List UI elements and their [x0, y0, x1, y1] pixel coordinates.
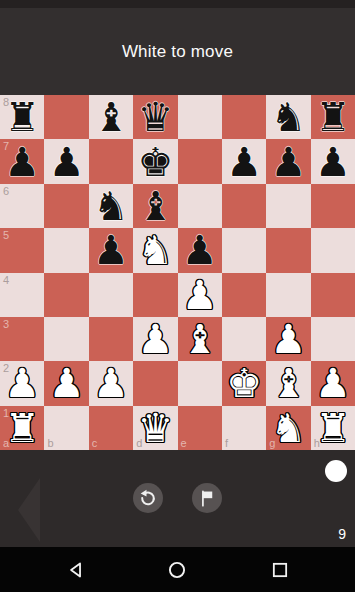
square-c8[interactable]: ♝	[89, 95, 133, 139]
piece-black-bishop[interactable]: ♝	[137, 184, 173, 228]
piece-black-pawn[interactable]: ♟	[271, 140, 307, 184]
android-nav-bar	[0, 547, 355, 592]
status-bar	[0, 0, 355, 8]
piece-black-pawn[interactable]: ♟	[182, 228, 218, 272]
piece-white-pawn[interactable]: ♟	[271, 317, 307, 361]
square-c5[interactable]: ♟	[89, 228, 133, 272]
square-g1[interactable]: g♞	[266, 406, 310, 450]
square-d6[interactable]: ♝	[133, 184, 177, 228]
turn-status-text: White to move	[122, 42, 233, 62]
nav-home-button[interactable]	[168, 561, 186, 579]
square-b7[interactable]: ♟	[44, 139, 88, 183]
piece-black-pawn[interactable]: ♟	[93, 228, 129, 272]
file-label-c: c	[92, 438, 98, 449]
square-b8[interactable]	[44, 95, 88, 139]
piece-white-rook[interactable]: ♜	[315, 406, 351, 450]
square-b2[interactable]: ♟	[44, 361, 88, 405]
square-e2[interactable]	[178, 361, 222, 405]
square-e3[interactable]: ♝	[178, 317, 222, 361]
square-g8[interactable]: ♞	[266, 95, 310, 139]
chess-board[interactable]: 8♜♝♛♞♜7♟♟♚♟♟♟6♞♝5♟♞♟4♟3♟♝♟2♟♟♟♚♝♟1a♜bcd♛…	[0, 95, 355, 450]
square-e7[interactable]	[178, 139, 222, 183]
nav-recents-button[interactable]	[272, 561, 289, 578]
square-h7[interactable]: ♟	[311, 139, 355, 183]
piece-white-bishop[interactable]: ♝	[271, 361, 307, 405]
square-g7[interactable]: ♟	[266, 139, 310, 183]
piece-black-knight[interactable]: ♞	[93, 184, 129, 228]
piece-black-pawn[interactable]: ♟	[226, 140, 262, 184]
piece-white-pawn[interactable]: ♟	[182, 273, 218, 317]
piece-white-pawn[interactable]: ♟	[49, 361, 85, 405]
square-b4[interactable]	[44, 273, 88, 317]
square-c7[interactable]	[89, 139, 133, 183]
turn-indicator-dot	[325, 460, 347, 482]
square-h4[interactable]	[311, 273, 355, 317]
piece-black-pawn[interactable]: ♟	[4, 140, 40, 184]
square-g6[interactable]	[266, 184, 310, 228]
file-label-f: f	[225, 438, 228, 449]
square-h6[interactable]	[311, 184, 355, 228]
file-label-b: b	[47, 438, 53, 449]
square-e1[interactable]: e	[178, 406, 222, 450]
square-g5[interactable]	[266, 228, 310, 272]
piece-black-king[interactable]: ♚	[137, 140, 173, 184]
square-f5[interactable]	[222, 228, 266, 272]
square-a2[interactable]: 2♟	[0, 361, 44, 405]
square-d2[interactable]	[133, 361, 177, 405]
square-e4[interactable]: ♟	[178, 273, 222, 317]
header: White to move	[0, 8, 355, 95]
square-a3[interactable]: 3	[0, 317, 44, 361]
square-f2[interactable]: ♚	[222, 361, 266, 405]
piece-white-queen[interactable]: ♛	[137, 406, 173, 450]
piece-black-knight[interactable]: ♞	[271, 95, 307, 139]
square-c6[interactable]: ♞	[89, 184, 133, 228]
square-h1[interactable]: h♜	[311, 406, 355, 450]
rank-label-3: 3	[3, 319, 9, 330]
square-b3[interactable]	[44, 317, 88, 361]
square-b5[interactable]	[44, 228, 88, 272]
rank-label-4: 4	[3, 275, 9, 286]
square-h8[interactable]: ♜	[311, 95, 355, 139]
square-g4[interactable]	[266, 273, 310, 317]
square-h3[interactable]	[311, 317, 355, 361]
square-d1[interactable]: d♛	[133, 406, 177, 450]
square-c4[interactable]	[89, 273, 133, 317]
control-panel: 9	[0, 450, 355, 547]
piece-black-rook[interactable]: ♜	[315, 95, 351, 139]
piece-white-knight[interactable]: ♞	[137, 228, 173, 272]
square-f4[interactable]	[222, 273, 266, 317]
piece-white-knight[interactable]: ♞	[271, 406, 307, 450]
square-f6[interactable]	[222, 184, 266, 228]
square-f3[interactable]	[222, 317, 266, 361]
square-a6[interactable]: 6	[0, 184, 44, 228]
square-c3[interactable]	[89, 317, 133, 361]
piece-white-pawn[interactable]: ♟	[315, 361, 351, 405]
square-e8[interactable]	[178, 95, 222, 139]
piece-black-rook[interactable]: ♜	[4, 95, 40, 139]
piece-black-queen[interactable]: ♛	[137, 95, 173, 139]
piece-white-king[interactable]: ♚	[226, 361, 262, 405]
square-d7[interactable]: ♚	[133, 139, 177, 183]
square-a5[interactable]: 5	[0, 228, 44, 272]
piece-white-rook[interactable]: ♜	[4, 406, 40, 450]
piece-white-pawn[interactable]: ♟	[4, 361, 40, 405]
file-label-e: e	[181, 438, 187, 449]
piece-white-pawn[interactable]: ♟	[93, 361, 129, 405]
square-f7[interactable]: ♟	[222, 139, 266, 183]
recents-square-icon	[272, 561, 289, 578]
home-circle-icon	[168, 561, 186, 579]
square-a8[interactable]: 8♜	[0, 95, 44, 139]
piece-black-pawn[interactable]: ♟	[315, 140, 351, 184]
square-d5[interactable]: ♞	[133, 228, 177, 272]
square-d3[interactable]: ♟	[133, 317, 177, 361]
square-b1[interactable]: b	[44, 406, 88, 450]
piece-black-bishop[interactable]: ♝	[93, 95, 129, 139]
square-e5[interactable]: ♟	[178, 228, 222, 272]
app-screen: White to move 8♜♝♛♞♜7♟♟♚♟♟♟6♞♝5♟♞♟4♟3♟♝♟…	[0, 0, 355, 592]
square-d8[interactable]: ♛	[133, 95, 177, 139]
flag-icon	[198, 489, 217, 508]
square-h5[interactable]	[311, 228, 355, 272]
square-b6[interactable]	[44, 184, 88, 228]
rank-label-6: 6	[3, 186, 9, 197]
square-e6[interactable]	[178, 184, 222, 228]
square-g3[interactable]: ♟	[266, 317, 310, 361]
undo-button[interactable]	[133, 483, 163, 513]
square-f1[interactable]: f	[222, 406, 266, 450]
rank-label-5: 5	[3, 230, 9, 241]
piece-white-bishop[interactable]: ♝	[182, 317, 218, 361]
square-c1[interactable]: c	[89, 406, 133, 450]
square-c2[interactable]: ♟	[89, 361, 133, 405]
square-d4[interactable]	[133, 273, 177, 317]
square-h2[interactable]: ♟	[311, 361, 355, 405]
resign-flag-button[interactable]	[192, 483, 222, 513]
square-a4[interactable]: 4	[0, 273, 44, 317]
puzzle-counter: 9	[338, 526, 346, 542]
square-g2[interactable]: ♝	[266, 361, 310, 405]
piece-white-pawn[interactable]: ♟	[137, 317, 173, 361]
square-a1[interactable]: 1a♜	[0, 406, 44, 450]
square-f8[interactable]	[222, 95, 266, 139]
square-a7[interactable]: 7♟	[0, 139, 44, 183]
piece-black-pawn[interactable]: ♟	[49, 140, 85, 184]
nav-back-button[interactable]	[68, 561, 85, 578]
back-triangle-icon	[68, 561, 85, 578]
panel-triangle-decoration	[18, 478, 40, 542]
undo-icon	[138, 488, 158, 508]
